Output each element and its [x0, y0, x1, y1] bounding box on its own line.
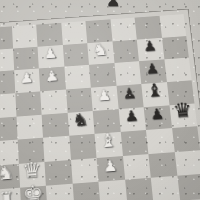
white-pawn-c7: ♟ — [43, 47, 57, 62]
square-b3[interactable] — [17, 138, 44, 164]
square-f7[interactable] — [112, 39, 139, 63]
black-bishop-g5: ♝ — [145, 80, 164, 99]
square-d5[interactable] — [66, 88, 93, 113]
square-g1[interactable] — [151, 176, 180, 200]
square-a7[interactable] — [0, 48, 14, 72]
square-d1[interactable] — [72, 182, 100, 200]
square-e2[interactable]: ♟ — [96, 156, 124, 182]
square-b6[interactable]: ♟ — [14, 69, 40, 93]
white-bishop-e3: ♝ — [99, 130, 118, 150]
square-g7[interactable]: ♟ — [137, 38, 164, 62]
white-rook-a1: ♜ — [0, 190, 14, 200]
white-knight-e7: ♞ — [92, 41, 109, 59]
square-e8[interactable] — [85, 19, 112, 43]
square-b4[interactable] — [16, 114, 43, 139]
square-d6[interactable] — [64, 65, 91, 89]
square-c2[interactable] — [44, 160, 72, 186]
square-g2[interactable] — [148, 152, 177, 178]
square-c3[interactable] — [43, 136, 70, 162]
square-d4[interactable]: ♞ — [67, 111, 94, 136]
square-h6[interactable] — [164, 58, 192, 82]
square-e5[interactable]: ♟ — [91, 86, 118, 111]
board-perspective-wrapper: ♟♞♟♟♟♟♟♟♝♞♟♟♛♝♞♛♟♜♚ — [0, 10, 200, 200]
square-d8[interactable] — [61, 21, 87, 45]
white-pawn-e2: ♟ — [103, 158, 118, 174]
square-g6[interactable]: ♟ — [139, 60, 166, 84]
square-h2[interactable] — [174, 150, 200, 176]
square-h4[interactable]: ♛ — [169, 103, 197, 128]
square-d3[interactable] — [69, 134, 97, 160]
square-a4[interactable] — [0, 116, 17, 141]
square-e6[interactable] — [89, 63, 116, 87]
square-g5[interactable]: ♝ — [141, 82, 169, 107]
square-f1[interactable] — [125, 178, 154, 200]
square-d7[interactable] — [62, 43, 89, 67]
square-e4[interactable] — [93, 109, 121, 134]
square-h5[interactable] — [166, 80, 194, 105]
square-c8[interactable] — [36, 23, 62, 47]
square-h1[interactable] — [177, 174, 200, 200]
square-f8[interactable] — [110, 18, 137, 41]
square-c5[interactable] — [40, 89, 67, 114]
square-g8[interactable] — [135, 16, 162, 39]
square-e7[interactable]: ♞ — [87, 41, 114, 65]
white-pawn-b6: ♟ — [20, 71, 34, 86]
square-b5[interactable] — [15, 91, 42, 116]
square-e3[interactable]: ♝ — [95, 132, 123, 158]
square-e1[interactable] — [98, 180, 126, 200]
square-a5[interactable] — [0, 93, 16, 118]
square-b2[interactable]: ♛ — [18, 162, 46, 188]
square-f3[interactable] — [120, 130, 148, 156]
black-knight-d4: ♞ — [72, 110, 90, 129]
white-pawn-e5: ♟ — [97, 88, 112, 103]
chessboard-photo: ♟ ♟♞♟♟♟♟♟♟♝♞♟♟♛♝♞♛♟♜♚ — [0, 0, 200, 200]
white-pawn-c6: ♟ — [45, 69, 60, 84]
square-g3[interactable] — [146, 128, 174, 154]
black-pawn-f5: ♟ — [122, 86, 137, 101]
square-f5[interactable]: ♟ — [116, 84, 144, 109]
square-a2[interactable]: ♞ — [0, 164, 20, 190]
white-knight-a2: ♞ — [0, 163, 15, 182]
square-g4[interactable]: ♟ — [144, 105, 172, 130]
square-a3[interactable] — [0, 140, 18, 166]
white-queen-b2: ♛ — [22, 159, 43, 181]
square-c7[interactable]: ♟ — [37, 45, 63, 69]
square-a6[interactable] — [0, 70, 15, 95]
square-b8[interactable] — [11, 25, 37, 49]
square-f6[interactable] — [114, 61, 141, 85]
chess-board: ♟♞♟♟♟♟♟♟♝♞♟♟♛♝♞♛♟♜♚ — [0, 10, 200, 200]
black-pawn-g6: ♟ — [145, 62, 160, 77]
black-pawn-f4: ♟ — [124, 109, 139, 125]
square-h8[interactable] — [159, 14, 186, 37]
square-c6[interactable]: ♟ — [39, 67, 66, 91]
square-a1[interactable]: ♜ — [0, 188, 21, 200]
square-b1[interactable]: ♚ — [20, 186, 48, 200]
black-pawn-g7: ♟ — [143, 39, 158, 54]
square-f2[interactable] — [122, 154, 150, 180]
captured-black-pawn: ♟ — [106, 0, 120, 9]
square-b7[interactable] — [13, 46, 39, 70]
square-c1[interactable] — [46, 184, 74, 200]
square-d2[interactable] — [70, 158, 98, 184]
black-queen-h4: ♛ — [172, 100, 193, 121]
black-pawn-g4: ♟ — [150, 107, 165, 123]
square-h7[interactable] — [161, 36, 188, 60]
square-h3[interactable] — [172, 126, 200, 152]
square-f4[interactable]: ♟ — [118, 107, 146, 132]
square-c4[interactable] — [42, 112, 69, 137]
